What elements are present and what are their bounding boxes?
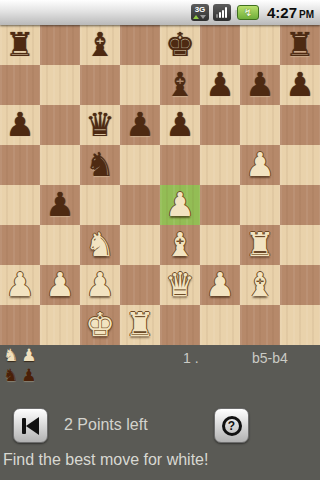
piece-black-bishop: ♝ (165, 65, 195, 105)
square-a1[interactable] (0, 305, 40, 345)
square-d7[interactable] (120, 65, 160, 105)
square-a8[interactable]: ♜ (0, 25, 40, 65)
lower-panel: ♞♟♞♟ 1 . b5-b4 2 Points left ? Find the … (0, 345, 320, 480)
piece-white-pawn: ♟ (205, 265, 235, 305)
data-traffic-arrows-icon (193, 15, 206, 19)
square-h2[interactable] (280, 265, 320, 305)
square-h7[interactable]: ♟ (280, 65, 320, 105)
square-b7[interactable] (40, 65, 80, 105)
square-f2[interactable]: ♟ (200, 265, 240, 305)
skip-to-start-icon (22, 417, 39, 435)
piece-white-rook: ♜ (245, 225, 275, 265)
square-c3[interactable]: ♞ (80, 225, 120, 265)
square-b4[interactable]: ♟ (40, 185, 80, 225)
app-screen: 3G ↯ 4:27 PM ♜♝♚♜♝♟♟♟♟♛♟♟♞♟♟♟♞♝♜♟♟♟♛♟♝♚♜… (0, 0, 320, 480)
square-b8[interactable] (40, 25, 80, 65)
question-mark-icon: ? (222, 416, 242, 436)
square-g3[interactable]: ♜ (240, 225, 280, 265)
square-a3[interactable] (0, 225, 40, 265)
square-b6[interactable] (40, 105, 80, 145)
square-e4[interactable]: ♟ (160, 185, 200, 225)
square-h1[interactable] (280, 305, 320, 345)
piece-white-queen: ♛ (165, 265, 195, 305)
piece-black-king: ♚ (165, 25, 195, 65)
square-h5[interactable] (280, 145, 320, 185)
move-number: 1 . (183, 350, 199, 366)
captured-black-row: ♞♟ (3, 365, 37, 385)
piece-white-bishop: ♝ (245, 265, 275, 305)
help-button[interactable]: ? (214, 408, 249, 443)
square-h6[interactable] (280, 105, 320, 145)
square-a4[interactable] (0, 185, 40, 225)
square-e8[interactable]: ♚ (160, 25, 200, 65)
piece-black-bishop: ♝ (85, 25, 115, 65)
square-b3[interactable] (40, 225, 80, 265)
captured-white-knight: ♞ (3, 345, 18, 365)
square-h4[interactable] (280, 185, 320, 225)
captured-white-row: ♞♟ (3, 345, 37, 365)
piece-white-pawn: ♟ (165, 185, 195, 225)
piece-white-pawn: ♟ (245, 145, 275, 185)
captured-pieces-tray: ♞♟♞♟ (3, 345, 37, 385)
square-f7[interactable]: ♟ (200, 65, 240, 105)
rewind-to-start-button[interactable] (13, 408, 48, 443)
square-d2[interactable] (120, 265, 160, 305)
network-type-label: 3G (195, 6, 206, 14)
square-d3[interactable] (120, 225, 160, 265)
square-c7[interactable] (80, 65, 120, 105)
square-e7[interactable]: ♝ (160, 65, 200, 105)
square-g6[interactable] (240, 105, 280, 145)
square-g2[interactable]: ♝ (240, 265, 280, 305)
piece-black-pawn: ♟ (205, 65, 235, 105)
piece-black-rook: ♜ (285, 25, 315, 65)
square-c4[interactable] (80, 185, 120, 225)
square-d4[interactable] (120, 185, 160, 225)
piece-white-pawn: ♟ (5, 265, 35, 305)
piece-black-pawn: ♟ (285, 65, 315, 105)
captured-white-pawn: ♟ (21, 345, 36, 365)
clock: 4:27 PM (267, 4, 314, 21)
square-f1[interactable] (200, 305, 240, 345)
square-b2[interactable]: ♟ (40, 265, 80, 305)
piece-black-rook: ♜ (5, 25, 35, 65)
square-d6[interactable]: ♟ (120, 105, 160, 145)
piece-black-pawn: ♟ (165, 105, 195, 145)
square-g4[interactable] (240, 185, 280, 225)
captured-black-knight: ♞ (3, 365, 18, 385)
square-a7[interactable] (0, 65, 40, 105)
clock-meridiem: PM (299, 9, 314, 20)
square-e6[interactable]: ♟ (160, 105, 200, 145)
square-c6[interactable]: ♛ (80, 105, 120, 145)
piece-white-pawn: ♟ (85, 265, 115, 305)
square-b5[interactable] (40, 145, 80, 185)
piece-black-pawn: ♟ (125, 105, 155, 145)
piece-black-knight: ♞ (85, 145, 115, 185)
square-d1[interactable]: ♜ (120, 305, 160, 345)
square-g5[interactable]: ♟ (240, 145, 280, 185)
square-e2[interactable]: ♛ (160, 265, 200, 305)
square-c5[interactable]: ♞ (80, 145, 120, 185)
piece-white-bishop: ♝ (165, 225, 195, 265)
square-a5[interactable] (0, 145, 40, 185)
square-b1[interactable] (40, 305, 80, 345)
square-e1[interactable] (160, 305, 200, 345)
piece-black-pawn: ♟ (245, 65, 275, 105)
square-c2[interactable]: ♟ (80, 265, 120, 305)
square-f3[interactable] (200, 225, 240, 265)
points-left-label: 2 Points left (64, 416, 148, 434)
clock-time: 4:27 (267, 4, 297, 21)
piece-white-knight: ♞ (85, 225, 115, 265)
square-d8[interactable] (120, 25, 160, 65)
square-a6[interactable]: ♟ (0, 105, 40, 145)
battery-charging-icon: ↯ (235, 5, 259, 20)
square-e5[interactable] (160, 145, 200, 185)
piece-white-king: ♚ (85, 305, 115, 345)
piece-white-pawn: ♟ (45, 265, 75, 305)
last-move-notation: b5-b4 (252, 350, 288, 366)
square-g8[interactable] (240, 25, 280, 65)
square-a2[interactable]: ♟ (0, 265, 40, 305)
square-f6[interactable] (200, 105, 240, 145)
square-f8[interactable] (200, 25, 240, 65)
square-f5[interactable] (200, 145, 240, 185)
status-bar: 3G ↯ 4:27 PM (0, 0, 320, 25)
square-h3[interactable] (280, 225, 320, 265)
square-f4[interactable] (200, 185, 240, 225)
chess-board: ♜♝♚♜♝♟♟♟♟♛♟♟♞♟♟♟♞♝♜♟♟♟♛♟♝♚♜ (0, 25, 320, 345)
square-c8[interactable]: ♝ (80, 25, 120, 65)
square-g1[interactable] (240, 305, 280, 345)
square-h8[interactable]: ♜ (280, 25, 320, 65)
square-g7[interactable]: ♟ (240, 65, 280, 105)
puzzle-instruction: Find the best move for white! (3, 451, 208, 469)
square-e3[interactable]: ♝ (160, 225, 200, 265)
piece-black-queen: ♛ (85, 105, 115, 145)
piece-black-pawn: ♟ (45, 185, 75, 225)
signal-strength-icon (213, 4, 231, 21)
square-d5[interactable] (120, 145, 160, 185)
captured-black-pawn: ♟ (21, 365, 36, 385)
piece-black-pawn: ♟ (5, 105, 35, 145)
mobile-data-3g-icon: 3G (191, 4, 209, 21)
piece-white-rook: ♜ (125, 305, 155, 345)
square-c1[interactable]: ♚ (80, 305, 120, 345)
